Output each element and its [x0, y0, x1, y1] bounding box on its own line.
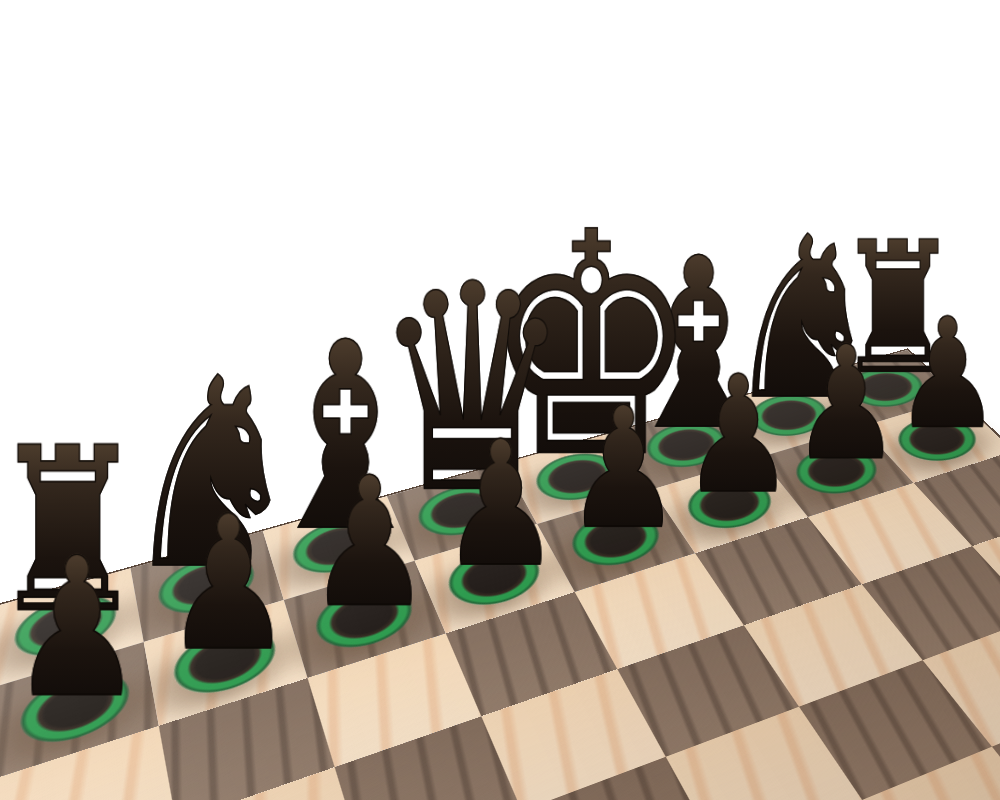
black-pawn-a7: ♟: [0, 532, 163, 724]
black-pawn-b7: ♟: [146, 491, 312, 676]
board: ♜♞♝♛♚♝♞♜♟♟♟♟♟♟♟♟: [0, 350, 1000, 800]
black-pawn-glyph: ♟: [682, 354, 795, 515]
chess-set-photo: ♜♞♝♛♚♝♞♜♟♟♟♟♟♟♟♟: [0, 0, 1000, 800]
black-pawn-glyph: ♟: [440, 418, 561, 590]
black-pawn-c7: ♟: [289, 453, 449, 632]
black-pawn-glyph: ♟: [565, 385, 682, 552]
black-pawn-glyph: ♟: [307, 453, 432, 632]
black-pawn-glyph: ♟: [164, 491, 293, 676]
black-pawn-glyph: ♟: [10, 532, 144, 724]
